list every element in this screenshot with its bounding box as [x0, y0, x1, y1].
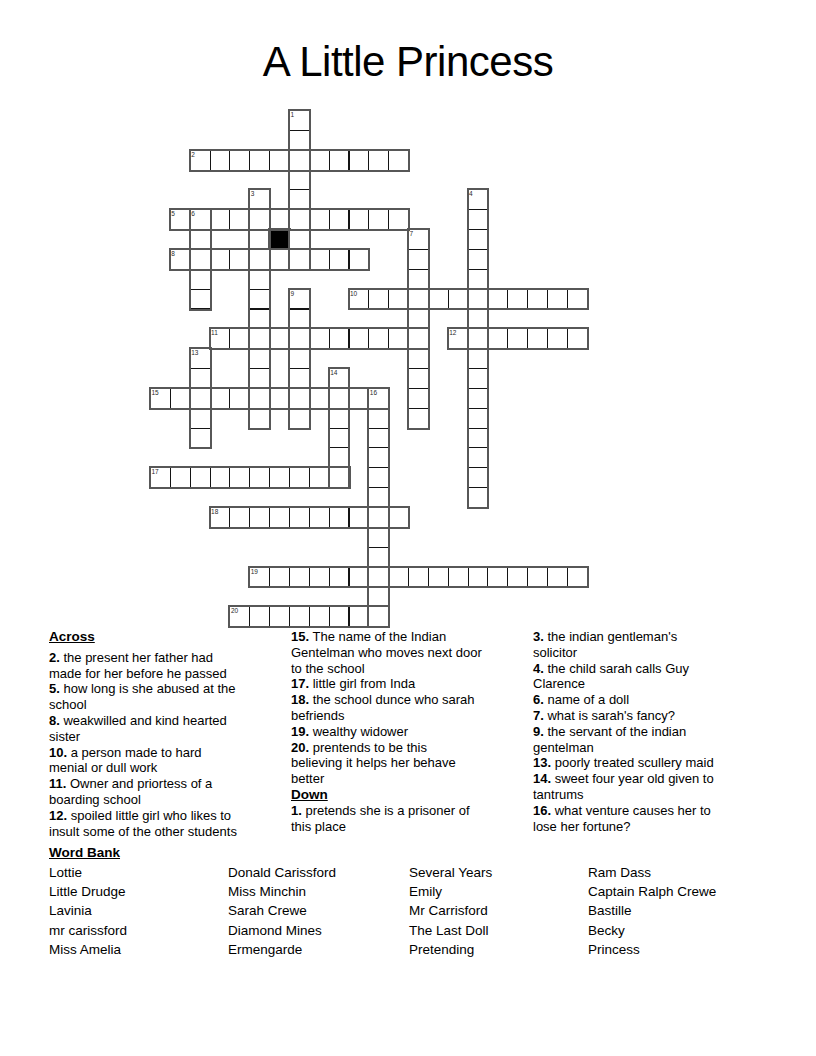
grid-cell[interactable]	[388, 209, 409, 230]
grid-cell[interactable]	[210, 467, 231, 488]
word-bank-item: Mr Carrisford	[409, 901, 492, 920]
grid-cell[interactable]	[368, 567, 389, 588]
clue-item-15: 15. The name of the Indian Gentelman who…	[291, 629, 531, 676]
word-bank-item: Captain Ralph Crewe	[588, 882, 716, 901]
grid-cell[interactable]	[309, 209, 330, 230]
grid-cell[interactable]	[269, 328, 290, 349]
grid-cell[interactable]	[368, 150, 389, 171]
clue-number-label: 15	[152, 389, 159, 396]
grid-cell[interactable]	[249, 309, 270, 330]
grid-cell[interactable]	[249, 229, 270, 250]
grid-cell[interactable]	[408, 328, 429, 349]
clue-number-label: 10	[350, 290, 357, 297]
grid-cell[interactable]	[388, 289, 409, 310]
grid-cell[interactable]	[249, 606, 270, 627]
word-bank-item: Several Years	[409, 863, 492, 882]
grid-cell[interactable]	[289, 388, 310, 409]
black-cell	[268, 228, 291, 251]
grid-cell[interactable]	[309, 150, 330, 171]
word-bank-item: Ram Dass	[588, 863, 716, 882]
grid-cell[interactable]	[329, 447, 350, 468]
grid-cell[interactable]	[229, 249, 250, 270]
grid-cell[interactable]	[468, 487, 489, 508]
grid-cell[interactable]	[567, 328, 588, 349]
grid-cell[interactable]	[349, 209, 370, 230]
clue-number: 1.	[291, 803, 302, 818]
grid-cell[interactable]	[190, 269, 211, 290]
clue-item-7: 7. what is sarah's fancy?	[533, 708, 779, 724]
grid-cell[interactable]	[368, 487, 389, 508]
grid-cell[interactable]	[309, 467, 330, 488]
clue-item-2: 2. the present her father had made for h…	[49, 650, 291, 682]
grid-cell[interactable]	[329, 328, 350, 349]
grid-cell[interactable]	[190, 249, 211, 270]
word-bank-item: Princess	[588, 940, 716, 959]
grid-cell[interactable]	[368, 428, 389, 449]
grid-cell[interactable]	[408, 408, 429, 429]
grid-cell[interactable]	[309, 567, 330, 588]
grid-cell[interactable]	[487, 567, 508, 588]
clue-number-label: 19	[251, 568, 258, 575]
word-bank-item: The Last Doll	[409, 921, 492, 940]
grid-cell[interactable]	[190, 388, 211, 409]
grid-cell[interactable]	[329, 606, 350, 627]
word-bank-item: Lottie	[49, 863, 127, 882]
grid-cell[interactable]	[547, 328, 568, 349]
grid-cell[interactable]	[428, 289, 449, 310]
grid-cell[interactable]	[408, 249, 429, 270]
word-bank-item: Miss Amelia	[49, 940, 127, 959]
grid-cell[interactable]	[507, 328, 528, 349]
grid-cell[interactable]	[329, 150, 350, 171]
grid-cell[interactable]	[388, 150, 409, 171]
grid-cell[interactable]	[309, 507, 330, 528]
clues-column-2: 15. The name of the Indian Gentelman who…	[291, 629, 531, 834]
grid-cell[interactable]	[329, 567, 350, 588]
word-bank-item: Miss Minchin	[228, 882, 336, 901]
grid-cell[interactable]	[408, 368, 429, 389]
clue-number: 17.	[291, 676, 309, 691]
clue-item-5: 5. how long is she abused at the school	[49, 681, 291, 713]
grid-cell[interactable]	[249, 348, 270, 369]
grid-cell[interactable]	[368, 447, 389, 468]
grid-cell[interactable]	[249, 249, 270, 270]
grid-cell[interactable]	[388, 507, 409, 528]
grid-cell[interactable]	[289, 467, 310, 488]
grid-cell[interactable]	[289, 309, 310, 330]
grid-cell[interactable]	[349, 507, 370, 528]
grid-cell[interactable]	[349, 606, 370, 627]
grid-cell[interactable]	[249, 408, 270, 429]
word-bank-column-2: Donald CarissfordMiss MinchinSarah Crewe…	[228, 863, 336, 959]
grid-cell[interactable]	[468, 328, 489, 349]
clue-item-10: 10. a person made to hard menial or dull…	[49, 745, 291, 777]
grid-cell[interactable]	[408, 269, 429, 290]
clue-number: 20.	[291, 740, 309, 755]
word-bank-item: Becky	[588, 921, 716, 940]
clue-number: 8.	[49, 713, 60, 728]
grid-cell[interactable]	[468, 447, 489, 468]
clue-item-6: 6. name of a doll	[533, 692, 779, 708]
grid-cell[interactable]	[547, 289, 568, 310]
clue-number-label: 8	[171, 250, 175, 257]
grid-cell[interactable]	[468, 467, 489, 488]
grid-cell[interactable]	[349, 249, 370, 270]
grid-cell[interactable]	[527, 567, 548, 588]
grid-cell[interactable]	[329, 428, 350, 449]
grid-cell[interactable]	[289, 348, 310, 369]
clues-column-1: Across2. the present her father had made…	[49, 629, 291, 839]
grid-cell[interactable]	[190, 408, 211, 429]
clue-item-9: 9. the servant of the indian gentelman	[533, 724, 779, 756]
grid-cell[interactable]	[289, 368, 310, 389]
clue-number: 15.	[291, 629, 309, 644]
grid-cell[interactable]	[210, 249, 231, 270]
grid-cell[interactable]	[468, 348, 489, 369]
grid-cell[interactable]	[329, 249, 350, 270]
grid-cell[interactable]	[249, 209, 270, 230]
grid-cell[interactable]	[269, 388, 290, 409]
clues-column-3: 3. the indian gentleman's solicitor4. th…	[533, 629, 779, 834]
grid-cell[interactable]	[190, 368, 211, 389]
clue-item-4: 4. the child sarah calls Guy Clarence	[533, 661, 779, 693]
clue-item-8: 8. weakwilled and kind hearted sister	[49, 713, 291, 745]
grid-cell[interactable]	[249, 388, 270, 409]
grid-cell[interactable]	[269, 606, 290, 627]
grid-cell[interactable]	[368, 209, 389, 230]
grid-cell[interactable]	[210, 209, 231, 230]
clue-item-18: 18. the school dunce who sarah befriends	[291, 692, 531, 724]
puzzle-title: A Little Princess	[0, 38, 816, 86]
grid-cell[interactable]	[269, 567, 290, 588]
clue-number-label: 7	[410, 230, 414, 237]
grid-cell[interactable]	[210, 388, 231, 409]
grid-cell[interactable]	[329, 209, 350, 230]
word-bank-item: Donald Carissford	[228, 863, 336, 882]
clue-number-label: 16	[370, 389, 377, 396]
grid-cell[interactable]	[309, 328, 330, 349]
clue-number: 13.	[533, 755, 551, 770]
clue-item-20: 20. prentends to be this believing it he…	[291, 740, 531, 787]
grid-cell[interactable]	[289, 229, 310, 250]
clue-number: 4.	[533, 661, 544, 676]
grid-cell[interactable]	[349, 150, 370, 171]
grid-cell[interactable]	[349, 328, 370, 349]
grid-cell[interactable]	[210, 150, 231, 171]
word-bank-column-4: Ram DassCaptain Ralph CreweBastilleBecky…	[588, 863, 716, 959]
clue-number: 14.	[533, 771, 551, 786]
grid-cell[interactable]	[567, 289, 588, 310]
grid-cell[interactable]	[468, 229, 489, 250]
grid-cell[interactable]	[388, 567, 409, 588]
grid-cell[interactable]	[468, 249, 489, 270]
grid-cell[interactable]	[249, 368, 270, 389]
grid-cell[interactable]	[170, 467, 191, 488]
clue-number-label: 17	[152, 468, 159, 475]
grid-cell[interactable]	[289, 189, 310, 210]
clue-number-label: 12	[449, 329, 456, 336]
grid-cell[interactable]	[229, 328, 250, 349]
clue-number: 10.	[49, 745, 67, 760]
clue-item-3: 3. the indian gentleman's solicitor	[533, 629, 779, 661]
grid-cell[interactable]	[249, 328, 270, 349]
clue-number-label: 18	[211, 508, 218, 515]
grid-cell[interactable]	[269, 249, 290, 270]
grid-cell[interactable]	[507, 289, 528, 310]
word-bank-item: Lavinia	[49, 901, 127, 920]
grid-cell[interactable]	[468, 309, 489, 330]
grid-cell[interactable]	[289, 249, 310, 270]
clue-number-label: 14	[330, 369, 337, 376]
grid-cell[interactable]	[408, 309, 429, 330]
grid-cell[interactable]	[229, 388, 250, 409]
clue-item-12: 12. spoiled little girl who likes to ins…	[49, 808, 291, 840]
clue-number-label: 9	[290, 290, 294, 297]
clue-number: 6.	[533, 692, 544, 707]
clue-number-label: 4	[469, 190, 473, 197]
grid-cell[interactable]	[408, 388, 429, 409]
grid-cell[interactable]	[448, 567, 469, 588]
grid-cell[interactable]	[289, 606, 310, 627]
grid-cell[interactable]	[408, 348, 429, 369]
grid-cell[interactable]	[289, 130, 310, 151]
grid-cell[interactable]	[468, 209, 489, 230]
grid-cell[interactable]	[289, 209, 310, 230]
clue-number-label: 13	[191, 349, 198, 356]
grid-cell[interactable]	[249, 150, 270, 171]
grid-cell[interactable]	[468, 289, 489, 310]
grid-cell[interactable]	[190, 467, 211, 488]
grid-cell[interactable]	[567, 567, 588, 588]
word-bank-item: Pretending	[409, 940, 492, 959]
grid-cell[interactable]	[368, 507, 389, 528]
clue-item-16: 16. what venture causes her to lose her …	[533, 803, 779, 835]
grid-cell[interactable]	[269, 209, 290, 230]
grid-cell[interactable]	[349, 567, 370, 588]
clue-number: 18.	[291, 692, 309, 707]
grid-cell[interactable]	[249, 507, 270, 528]
clue-number-label: 20	[231, 607, 238, 614]
grid-cell[interactable]	[269, 467, 290, 488]
grid-cell[interactable]	[368, 328, 389, 349]
grid-cell[interactable]	[229, 150, 250, 171]
clue-number: 11.	[49, 776, 66, 791]
clue-number: 9.	[533, 724, 544, 739]
grid-cell[interactable]	[289, 567, 310, 588]
clue-number: 19.	[291, 724, 309, 739]
grid-cell[interactable]	[269, 150, 290, 171]
grid-cell[interactable]	[329, 408, 350, 429]
grid-cell[interactable]	[468, 567, 489, 588]
grid-cell[interactable]	[487, 289, 508, 310]
grid-cell[interactable]	[408, 567, 429, 588]
grid-cell[interactable]	[368, 547, 389, 568]
grid-cell[interactable]	[289, 170, 310, 191]
grid-cell[interactable]	[329, 388, 350, 409]
word-bank-item: Bastille	[588, 901, 716, 920]
clue-number: 7.	[533, 708, 544, 723]
clue-number: 3.	[533, 629, 544, 644]
grid-cell[interactable]	[170, 388, 191, 409]
grid-cell[interactable]	[468, 388, 489, 409]
clue-number-label: 2	[191, 151, 195, 158]
grid-cell[interactable]	[229, 467, 250, 488]
word-bank-item: Ermengarde	[228, 940, 336, 959]
grid-cell[interactable]	[229, 507, 250, 528]
grid-cell[interactable]	[368, 586, 389, 607]
word-bank-heading: Word Bank	[49, 845, 120, 860]
grid-cell[interactable]	[368, 467, 389, 488]
grid-cell[interactable]	[289, 328, 310, 349]
grid-cell[interactable]	[249, 467, 270, 488]
grid-cell[interactable]	[368, 289, 389, 310]
down-heading: Down	[291, 787, 531, 803]
grid-cell[interactable]	[527, 328, 548, 349]
grid-cell[interactable]	[289, 507, 310, 528]
clue-number-label: 3	[251, 190, 255, 197]
grid-cell[interactable]	[368, 606, 389, 627]
grid-cell[interactable]	[368, 408, 389, 429]
clue-number-label: 11	[211, 329, 218, 336]
word-bank-item: Diamond Mines	[228, 921, 336, 940]
clue-number-label: 1	[290, 111, 294, 118]
grid-cell[interactable]	[527, 289, 548, 310]
grid-cell[interactable]	[309, 606, 330, 627]
clue-item-13: 13. poorly treated scullery maid	[533, 755, 779, 771]
grid-cell[interactable]	[547, 567, 568, 588]
word-bank-item: Emily	[409, 882, 492, 901]
clue-number: 16.	[533, 803, 551, 818]
grid-cell[interactable]	[487, 328, 508, 349]
grid-cell[interactable]	[448, 289, 469, 310]
grid-cell[interactable]	[289, 408, 310, 429]
grid-cell[interactable]	[309, 388, 330, 409]
word-bank-column-3: Several YearsEmilyMr CarrisfordThe Last …	[409, 863, 492, 959]
grid-cell[interactable]	[289, 150, 310, 171]
grid-cell[interactable]	[309, 249, 330, 270]
clue-number-label: 6	[191, 210, 195, 217]
grid-cell[interactable]	[329, 507, 350, 528]
grid-cell[interactable]	[329, 467, 350, 488]
clue-item-19: 19. wealthy widower	[291, 724, 531, 740]
clue-number: 5.	[49, 681, 60, 696]
word-bank-item: Little Drudge	[49, 882, 127, 901]
clue-item-1: 1. pretends she is a prisoner of this pl…	[291, 803, 531, 835]
word-bank-item: Sarah Crewe	[228, 901, 336, 920]
grid-cell[interactable]	[249, 269, 270, 290]
word-bank-column-1: LottieLittle DrudgeLaviniamr carissfordM…	[49, 863, 127, 959]
across-heading: Across	[49, 629, 291, 645]
clue-item-17: 17. little girl from Inda	[291, 676, 531, 692]
clue-number: 12.	[49, 808, 67, 823]
clue-number: 2.	[49, 650, 60, 665]
grid-cell[interactable]	[468, 269, 489, 290]
clue-item-14: 14. sweet four year old given to tantrum…	[533, 771, 779, 803]
grid-cell[interactable]	[269, 507, 290, 528]
grid-cell[interactable]	[368, 527, 389, 548]
clue-number-label: 5	[171, 210, 175, 217]
grid-cell[interactable]	[249, 289, 270, 310]
grid-cell[interactable]	[349, 388, 370, 409]
grid-cell[interactable]	[190, 229, 211, 250]
grid-cell[interactable]	[468, 408, 489, 429]
grid-cell[interactable]	[229, 209, 250, 230]
grid-cell[interactable]	[468, 368, 489, 389]
grid-cell[interactable]	[190, 289, 211, 310]
grid-cell[interactable]	[507, 567, 528, 588]
grid-cell[interactable]	[428, 567, 449, 588]
clue-item-11: 11. Owner and priortess of a boarding sc…	[49, 776, 291, 808]
grid-cell[interactable]	[408, 289, 429, 310]
grid-cell[interactable]	[468, 428, 489, 449]
word-bank-item: mr carissford	[49, 921, 127, 940]
grid-cell[interactable]	[388, 328, 409, 349]
grid-cell[interactable]	[190, 428, 211, 449]
